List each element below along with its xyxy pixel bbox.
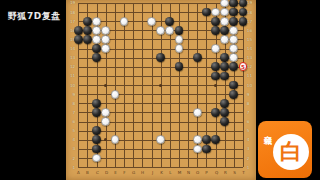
stone-white-S14[interactable] xyxy=(229,44,238,53)
stone-white-C15[interactable] xyxy=(92,35,101,44)
row-label-left-19: 19 xyxy=(68,1,75,5)
row-label-left-6: 6 xyxy=(68,119,75,123)
grid-line-horizontal xyxy=(78,94,243,95)
stone-marked-T12[interactable]: 5 xyxy=(239,62,248,71)
star-point-D4 xyxy=(104,138,107,141)
stone-black-B16[interactable] xyxy=(83,26,92,35)
stone-white-K16[interactable] xyxy=(156,26,165,35)
row-label-left-3: 3 xyxy=(68,147,75,151)
column-label-N: N xyxy=(187,170,191,174)
stone-white-C17[interactable] xyxy=(92,17,101,26)
row-label-right-14: 14 xyxy=(247,46,254,50)
stone-black-A16[interactable] xyxy=(74,26,83,35)
stone-black-R12[interactable] xyxy=(220,62,229,71)
row-label-right-7: 7 xyxy=(247,110,254,114)
stone-black-K13[interactable] xyxy=(156,53,165,62)
column-label-S: S xyxy=(232,170,236,174)
stone-black-R11[interactable] xyxy=(220,72,229,81)
stone-white-R17[interactable] xyxy=(220,17,229,26)
stone-white-E4[interactable] xyxy=(111,135,120,144)
stone-white-R15[interactable] xyxy=(220,35,229,44)
stone-black-P4[interactable] xyxy=(202,135,211,144)
row-label-left-8: 8 xyxy=(68,101,75,105)
stone-white-S15[interactable] xyxy=(229,35,238,44)
row-label-left-5: 5 xyxy=(68,129,75,133)
stone-black-P18[interactable] xyxy=(202,8,211,17)
stone-black-R6[interactable] xyxy=(220,117,229,126)
stone-black-P3[interactable] xyxy=(202,145,211,154)
stone-black-Q4[interactable] xyxy=(211,135,220,144)
stone-black-R16[interactable] xyxy=(220,26,229,35)
column-label-A: A xyxy=(77,170,81,174)
row-label-right-16: 16 xyxy=(247,28,254,32)
row-label-right-18: 18 xyxy=(247,10,254,14)
stone-white-O3[interactable] xyxy=(193,145,202,154)
stone-black-S19[interactable] xyxy=(229,0,238,7)
column-label-K: K xyxy=(159,170,163,174)
row-label-right-4: 4 xyxy=(247,138,254,142)
stone-white-S16[interactable] xyxy=(229,26,238,35)
stone-white-K4[interactable] xyxy=(156,135,165,144)
column-label-P: P xyxy=(205,170,209,174)
stone-white-D6[interactable] xyxy=(101,117,110,126)
go-board[interactable]: ABCDEFGHJKLMNOPQRST191918181717161615151… xyxy=(66,0,256,180)
logo-side-text: 弈城 xyxy=(261,128,272,132)
star-point-D10 xyxy=(104,84,107,87)
row-label-right-10: 10 xyxy=(247,83,254,87)
grid-line-horizontal xyxy=(78,158,243,159)
column-label-C: C xyxy=(95,170,99,174)
row-label-right-3: 3 xyxy=(247,147,254,151)
stone-black-Q12[interactable] xyxy=(211,62,220,71)
stone-black-A15[interactable] xyxy=(74,35,83,44)
stone-white-C16[interactable] xyxy=(92,26,101,35)
stone-black-R7[interactable] xyxy=(220,108,229,117)
grid-line-horizontal xyxy=(78,131,243,132)
stone-black-C14[interactable] xyxy=(92,44,101,53)
stone-black-Q16[interactable] xyxy=(211,26,220,35)
column-label-G: G xyxy=(132,170,136,174)
stone-white-D14[interactable] xyxy=(101,44,110,53)
stone-black-C5[interactable] xyxy=(92,126,101,135)
logo-stone-circle: 白 xyxy=(273,134,309,170)
stone-black-T17[interactable] xyxy=(239,17,248,26)
stone-black-M16[interactable] xyxy=(175,26,184,35)
row-label-left-4: 4 xyxy=(68,138,75,142)
row-label-right-2: 2 xyxy=(247,156,254,160)
row-label-right-19: 19 xyxy=(247,1,254,5)
stone-black-C4[interactable] xyxy=(92,135,101,144)
row-label-right-13: 13 xyxy=(247,56,254,60)
row-label-right-1: 1 xyxy=(247,165,254,169)
stone-white-M14[interactable] xyxy=(175,44,184,53)
stone-white-M15[interactable] xyxy=(175,35,184,44)
app-screen: 野狐7D复盘 ABCDEFGHJKLMNOPQRST19191818171716… xyxy=(0,0,320,180)
stone-black-Q17[interactable] xyxy=(211,17,220,26)
grid-line-horizontal xyxy=(78,167,243,168)
row-label-right-8: 8 xyxy=(247,101,254,105)
column-label-F: F xyxy=(122,170,126,174)
stone-white-C2[interactable] xyxy=(92,154,101,163)
stone-white-O7[interactable] xyxy=(193,108,202,117)
stone-black-C13[interactable] xyxy=(92,53,101,62)
review-title-label: 野狐7D复盘 xyxy=(8,10,61,23)
stone-black-S9[interactable] xyxy=(229,90,238,99)
stone-black-L17[interactable] xyxy=(165,17,174,26)
row-label-left-9: 9 xyxy=(68,92,75,96)
row-label-right-11: 11 xyxy=(247,74,254,78)
stone-black-M12[interactable] xyxy=(175,62,184,71)
column-label-D: D xyxy=(104,170,108,174)
stone-white-D15[interactable] xyxy=(101,35,110,44)
row-label-left-17: 17 xyxy=(68,19,75,23)
row-label-left-14: 14 xyxy=(68,46,75,50)
stone-black-R8[interactable] xyxy=(220,99,229,108)
stone-black-B15[interactable] xyxy=(83,35,92,44)
stone-black-T19[interactable] xyxy=(239,0,248,7)
stone-black-C3[interactable] xyxy=(92,145,101,154)
stone-white-F17[interactable] xyxy=(120,17,129,26)
stone-white-D7[interactable] xyxy=(101,108,110,117)
stone-black-S10[interactable] xyxy=(229,81,238,90)
column-label-Q: Q xyxy=(214,170,218,174)
stone-black-C7[interactable] xyxy=(92,108,101,117)
row-label-left-10: 10 xyxy=(68,83,75,87)
star-point-Q10 xyxy=(214,84,217,87)
stone-white-D16[interactable] xyxy=(101,26,110,35)
column-label-T: T xyxy=(241,170,245,174)
stone-white-J17[interactable] xyxy=(147,17,156,26)
stone-white-Q18[interactable] xyxy=(211,8,220,17)
stone-black-S12[interactable] xyxy=(229,62,238,71)
stone-black-Q7[interactable] xyxy=(211,108,220,117)
column-label-L: L xyxy=(168,170,172,174)
row-label-left-7: 7 xyxy=(68,110,75,114)
move-number-label: 5 xyxy=(240,63,247,70)
stone-white-L16[interactable] xyxy=(165,26,174,35)
stone-white-E9[interactable] xyxy=(111,90,120,99)
row-label-right-5: 5 xyxy=(247,129,254,133)
row-label-left-18: 18 xyxy=(68,10,75,14)
row-label-left-11: 11 xyxy=(68,74,75,78)
watermark-logo: 弈城 白 xyxy=(258,121,312,178)
row-label-right-15: 15 xyxy=(247,37,254,41)
row-label-left-13: 13 xyxy=(68,56,75,60)
column-label-E: E xyxy=(113,170,117,174)
stone-black-S17[interactable] xyxy=(229,17,238,26)
stone-black-O13[interactable] xyxy=(193,53,202,62)
stone-black-R13[interactable] xyxy=(220,53,229,62)
column-label-M: M xyxy=(177,170,181,174)
logo-circle-char: 白 xyxy=(280,137,302,167)
stone-black-S18[interactable] xyxy=(229,8,238,17)
column-label-B: B xyxy=(86,170,90,174)
row-label-right-17: 17 xyxy=(247,19,254,23)
stone-black-T18[interactable] xyxy=(239,8,248,17)
row-label-left-2: 2 xyxy=(68,156,75,160)
star-point-K10 xyxy=(159,84,162,87)
grid-line-horizontal xyxy=(78,149,243,150)
column-label-R: R xyxy=(223,170,227,174)
stone-white-R18[interactable] xyxy=(220,8,229,17)
row-label-right-6: 6 xyxy=(247,119,254,123)
stone-white-Q14[interactable] xyxy=(211,44,220,53)
stone-white-S13[interactable] xyxy=(229,53,238,62)
stone-black-Q11[interactable] xyxy=(211,72,220,81)
grid-line-vertical xyxy=(243,3,244,167)
stone-black-C8[interactable] xyxy=(92,99,101,108)
row-label-right-9: 9 xyxy=(247,92,254,96)
stone-white-R19[interactable] xyxy=(220,0,229,7)
row-label-left-1: 1 xyxy=(68,165,75,169)
stone-black-B17[interactable] xyxy=(83,17,92,26)
column-label-H: H xyxy=(141,170,145,174)
grid-line-horizontal xyxy=(78,103,243,104)
row-label-left-12: 12 xyxy=(68,65,75,69)
row-label-right-12: 12 xyxy=(247,65,254,69)
column-label-J: J xyxy=(150,170,154,174)
column-label-O: O xyxy=(196,170,200,174)
grid-line-vertical xyxy=(188,3,189,167)
stone-white-O4[interactable] xyxy=(193,135,202,144)
